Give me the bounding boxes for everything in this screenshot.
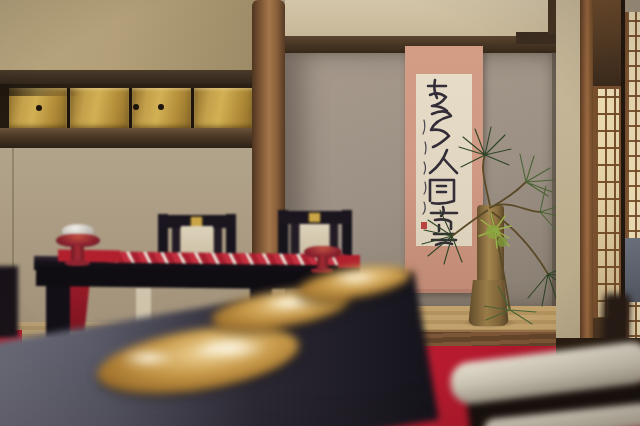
cabinet-shelf-board [0, 128, 253, 148]
tray-highlight [196, 336, 266, 360]
shoji-lower-panel [625, 238, 640, 302]
tray-highlight [330, 271, 376, 283]
shoji-header-wood [593, 0, 623, 88]
door-pull-handle [36, 105, 42, 111]
right-wall-strip [556, 0, 582, 340]
door-pull-handle [158, 104, 164, 110]
upper-left-wall [0, 0, 256, 78]
shoji-screen-left [593, 86, 622, 322]
chair-gold-crest [191, 217, 202, 226]
shoji-frame-post [580, 0, 593, 352]
gold-door [194, 88, 253, 129]
tea-room-photo: 攬盡人間奇景 [0, 0, 640, 426]
chair-gold-crest [309, 213, 320, 222]
door-pull-handle [133, 104, 139, 110]
tray-highlight [120, 348, 176, 368]
red-felt-cloth [338, 255, 360, 268]
table-edge-left [0, 266, 18, 338]
takatsuki-foot [65, 260, 90, 266]
beam-shadow [0, 84, 80, 96]
